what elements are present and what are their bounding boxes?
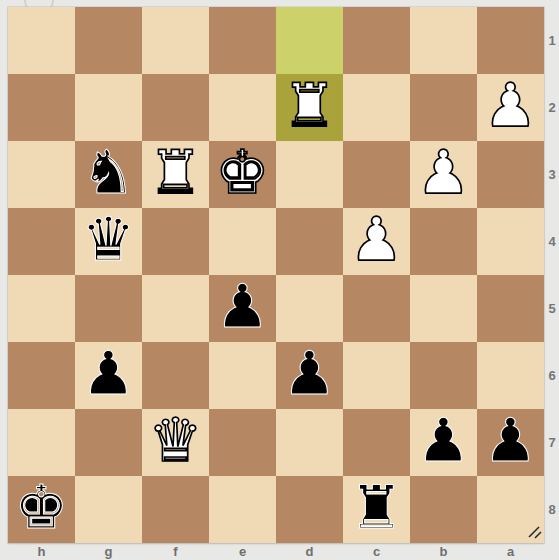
square-f5[interactable] [142, 275, 209, 342]
file-label-d: d [276, 543, 343, 560]
black-pawn[interactable]: ♟ [82, 340, 136, 407]
file-labels: hgfedcba [8, 543, 544, 560]
white-pawn[interactable]: ♟ [350, 206, 404, 273]
square-d2[interactable]: ♜ [276, 74, 343, 141]
file-label-g: g [75, 543, 142, 560]
square-b1[interactable] [410, 7, 477, 74]
rank-label-7: 7 [545, 409, 559, 476]
square-g3[interactable]: ♞ [75, 141, 142, 208]
black-pawn[interactable]: ♟ [484, 407, 538, 474]
square-b4[interactable] [410, 208, 477, 275]
square-h2[interactable] [8, 74, 75, 141]
square-e1[interactable] [209, 7, 276, 74]
file-label-h: h [8, 543, 75, 560]
square-h7[interactable] [8, 409, 75, 476]
square-e3[interactable]: ♚ [209, 141, 276, 208]
square-g6[interactable]: ♟ [75, 342, 142, 409]
square-h5[interactable] [8, 275, 75, 342]
square-d8[interactable] [276, 476, 343, 543]
square-f2[interactable] [142, 74, 209, 141]
square-a2[interactable]: ♟ [477, 74, 544, 141]
file-label-e: e [209, 543, 276, 560]
square-h4[interactable] [8, 208, 75, 275]
square-f7[interactable]: ♛ [142, 409, 209, 476]
file-label-b: b [410, 543, 477, 560]
square-g8[interactable] [75, 476, 142, 543]
square-g4[interactable]: ♛ [75, 208, 142, 275]
square-f3[interactable]: ♜ [142, 141, 209, 208]
rank-label-1: 1 [545, 7, 559, 74]
square-g2[interactable] [75, 74, 142, 141]
square-g5[interactable] [75, 275, 142, 342]
white-rook[interactable]: ♜ [283, 72, 337, 139]
black-king[interactable]: ♚ [15, 474, 69, 541]
square-h3[interactable] [8, 141, 75, 208]
square-e8[interactable] [209, 476, 276, 543]
chess-board: ♜♟♞♜♚♟♛♟♟♟♟♛♟♟♚♜ [8, 7, 544, 543]
square-a5[interactable] [477, 275, 544, 342]
square-a4[interactable] [477, 208, 544, 275]
resize-handle-icon[interactable] [527, 524, 543, 540]
square-g1[interactable] [75, 7, 142, 74]
black-queen[interactable]: ♛ [82, 206, 136, 273]
square-b7[interactable]: ♟ [410, 409, 477, 476]
rank-label-4: 4 [545, 208, 559, 275]
square-e6[interactable] [209, 342, 276, 409]
rank-label-6: 6 [545, 342, 559, 409]
square-f1[interactable] [142, 7, 209, 74]
square-g7[interactable] [75, 409, 142, 476]
square-c6[interactable] [343, 342, 410, 409]
square-d1[interactable] [276, 7, 343, 74]
black-knight[interactable]: ♞ [82, 139, 136, 206]
square-b2[interactable] [410, 74, 477, 141]
black-pawn[interactable]: ♟ [216, 273, 270, 340]
square-c8[interactable]: ♜ [343, 476, 410, 543]
square-f4[interactable] [142, 208, 209, 275]
square-f6[interactable] [142, 342, 209, 409]
rank-label-3: 3 [545, 141, 559, 208]
square-f8[interactable] [142, 476, 209, 543]
black-pawn[interactable]: ♟ [283, 340, 337, 407]
square-h8[interactable]: ♚ [8, 476, 75, 543]
square-a7[interactable]: ♟ [477, 409, 544, 476]
white-pawn[interactable]: ♟ [484, 72, 538, 139]
white-king[interactable]: ♚ [216, 139, 270, 206]
black-rook[interactable]: ♜ [350, 474, 404, 541]
file-label-c: c [343, 543, 410, 560]
square-d4[interactable] [276, 208, 343, 275]
white-rook[interactable]: ♜ [149, 139, 203, 206]
rank-label-2: 2 [545, 74, 559, 141]
square-d5[interactable] [276, 275, 343, 342]
square-a1[interactable] [477, 7, 544, 74]
white-pawn[interactable]: ♟ [417, 139, 471, 206]
square-c3[interactable] [343, 141, 410, 208]
square-c5[interactable] [343, 275, 410, 342]
rank-label-8: 8 [545, 476, 559, 543]
square-d7[interactable] [276, 409, 343, 476]
square-c2[interactable] [343, 74, 410, 141]
square-b3[interactable]: ♟ [410, 141, 477, 208]
square-a3[interactable] [477, 141, 544, 208]
square-b8[interactable] [410, 476, 477, 543]
file-label-f: f [142, 543, 209, 560]
rank-labels: 12345678 [545, 7, 559, 543]
black-pawn[interactable]: ♟ [417, 407, 471, 474]
square-d3[interactable] [276, 141, 343, 208]
square-e2[interactable] [209, 74, 276, 141]
square-e7[interactable] [209, 409, 276, 476]
square-d6[interactable]: ♟ [276, 342, 343, 409]
file-label-a: a [477, 543, 544, 560]
square-e4[interactable] [209, 208, 276, 275]
white-queen[interactable]: ♛ [149, 407, 203, 474]
rank-label-5: 5 [545, 275, 559, 342]
square-c4[interactable]: ♟ [343, 208, 410, 275]
square-c7[interactable] [343, 409, 410, 476]
square-b6[interactable] [410, 342, 477, 409]
square-a6[interactable] [477, 342, 544, 409]
square-c1[interactable] [343, 7, 410, 74]
square-h1[interactable] [8, 7, 75, 74]
square-h6[interactable] [8, 342, 75, 409]
square-b5[interactable] [410, 275, 477, 342]
square-e5[interactable]: ♟ [209, 275, 276, 342]
